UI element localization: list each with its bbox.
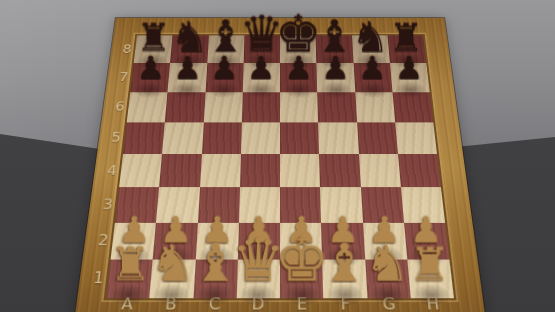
piece-shadow [108, 284, 148, 306]
square-e6[interactable] [280, 92, 318, 122]
square-h7[interactable] [390, 63, 430, 92]
square-c5[interactable] [202, 122, 242, 154]
square-g6[interactable] [355, 92, 395, 122]
square-h8[interactable] [387, 35, 426, 63]
piece-shadow [283, 284, 321, 306]
square-a6[interactable] [127, 92, 168, 122]
rank-label-7: 7 [110, 71, 136, 84]
square-a7[interactable] [130, 63, 170, 92]
square-f7[interactable] [317, 63, 355, 92]
square-c8[interactable] [207, 35, 244, 63]
piece-shadow [195, 284, 234, 306]
piece-shadow [412, 284, 452, 306]
square-b7[interactable] [168, 63, 207, 92]
square-d6[interactable] [242, 92, 280, 122]
square-b6[interactable] [165, 92, 205, 122]
rank-label-6: 6 [106, 100, 133, 114]
chess-app-scene: 87654321ABCDEFGH ♜♞♝♛♚♝♞♜♟♟♟♟♟♟♟♟♟♟♟♟♟♟♟… [0, 0, 555, 312]
square-c7[interactable] [205, 63, 243, 92]
square-c6[interactable] [203, 92, 242, 122]
piece-white-rook-h1[interactable]: ♜ [392, 242, 469, 288]
piece-shadow [369, 284, 408, 306]
rank-label-8: 8 [114, 43, 140, 56]
piece-shadow [239, 284, 277, 306]
board-perspective-wrapper: 87654321ABCDEFGH ♜♞♝♛♚♝♞♜♟♟♟♟♟♟♟♟♟♟♟♟♟♟♟… [0, 0, 555, 312]
square-f8[interactable] [316, 35, 353, 63]
square-a8[interactable] [134, 35, 173, 63]
square-e5[interactable] [280, 122, 319, 154]
square-g5[interactable] [357, 122, 398, 154]
square-e8[interactable] [280, 35, 317, 63]
rank-label-5: 5 [102, 131, 129, 146]
piece-shadow [326, 284, 365, 306]
piece-shadow [152, 284, 191, 306]
square-d7[interactable] [243, 63, 280, 92]
square-f6[interactable] [317, 92, 356, 122]
square-h6[interactable] [392, 92, 433, 122]
square-d8[interactable] [243, 35, 280, 63]
square-g8[interactable] [352, 35, 390, 63]
chess-board-frame: 87654321ABCDEFGH ♜♞♝♛♚♝♞♜♟♟♟♟♟♟♟♟♟♟♟♟♟♟♟… [74, 18, 487, 312]
square-b5[interactable] [162, 122, 203, 154]
square-d5[interactable] [241, 122, 280, 154]
square-g7[interactable] [353, 63, 392, 92]
square-a5[interactable] [123, 122, 165, 154]
square-e7[interactable] [280, 63, 317, 92]
square-b8[interactable] [170, 35, 208, 63]
square-h5[interactable] [395, 122, 437, 154]
square-f5[interactable] [318, 122, 358, 154]
